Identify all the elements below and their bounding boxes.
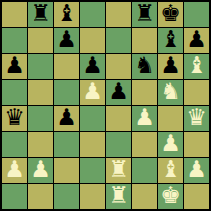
square-e7[interactable] [106,28,131,53]
square-f2[interactable] [132,158,157,183]
white-queen-piece[interactable]: ♛ [186,106,207,130]
square-c6[interactable] [54,54,79,79]
white-rook-piece[interactable]: ♜ [108,184,129,208]
square-g4[interactable] [158,106,183,131]
white-knight-piece[interactable]: ♞ [160,80,181,104]
square-e8[interactable] [106,2,131,27]
square-f5[interactable] [132,80,157,105]
square-b1[interactable] [28,184,53,209]
square-f7[interactable] [132,28,157,53]
square-e4[interactable] [106,106,131,131]
black-pawn-piece[interactable]: ♟ [82,54,103,78]
square-b4[interactable] [28,106,53,131]
square-h6[interactable]: ♝ [184,54,209,79]
square-h1[interactable] [184,184,209,209]
square-d4[interactable] [80,106,105,131]
square-c5[interactable] [54,80,79,105]
square-g3[interactable]: ♟ [158,132,183,157]
square-d5[interactable]: ♟ [80,80,105,105]
white-rook-piece[interactable]: ♜ [108,158,129,182]
square-e6[interactable] [106,54,131,79]
chess-board-window: ♜♝♜♚♟♝♟♟♟♞♟♝♟♟♞♛♟♟♛♟♟♟♜♝♟♜♚ [0,0,211,211]
square-h4[interactable]: ♛ [184,106,209,131]
black-knight-piece[interactable]: ♞ [134,54,155,78]
square-d2[interactable] [80,158,105,183]
square-c3[interactable] [54,132,79,157]
square-f4[interactable]: ♟ [132,106,157,131]
square-f6[interactable]: ♞ [132,54,157,79]
square-c7[interactable]: ♟ [54,28,79,53]
square-d6[interactable]: ♟ [80,54,105,79]
square-a8[interactable] [2,2,27,27]
square-b5[interactable] [28,80,53,105]
black-pawn-piece[interactable]: ♟ [4,54,25,78]
square-a1[interactable] [2,184,27,209]
square-h5[interactable] [184,80,209,105]
square-a7[interactable] [2,28,27,53]
square-d3[interactable] [80,132,105,157]
square-g5[interactable]: ♞ [158,80,183,105]
square-h3[interactable] [184,132,209,157]
square-b6[interactable] [28,54,53,79]
square-f8[interactable]: ♜ [132,2,157,27]
white-pawn-piece[interactable]: ♟ [134,106,155,130]
white-pawn-piece[interactable]: ♟ [82,80,103,104]
chess-board: ♜♝♜♚♟♝♟♟♟♞♟♝♟♟♞♛♟♟♛♟♟♟♜♝♟♜♚ [0,0,211,211]
black-pawn-piece[interactable]: ♟ [186,28,207,52]
square-g8[interactable]: ♚ [158,2,183,27]
white-pawn-piece[interactable]: ♟ [186,158,207,182]
black-queen-piece[interactable]: ♛ [4,106,25,130]
white-king-piece[interactable]: ♚ [160,184,181,208]
square-h7[interactable]: ♟ [184,28,209,53]
white-bishop-piece[interactable]: ♝ [186,54,207,78]
square-d8[interactable] [80,2,105,27]
square-a2[interactable]: ♟ [2,158,27,183]
square-a6[interactable]: ♟ [2,54,27,79]
square-h2[interactable]: ♟ [184,158,209,183]
black-pawn-piece[interactable]: ♟ [56,28,77,52]
square-b8[interactable]: ♜ [28,2,53,27]
square-g1[interactable]: ♚ [158,184,183,209]
square-e3[interactable] [106,132,131,157]
square-d7[interactable] [80,28,105,53]
black-rook-piece[interactable]: ♜ [134,2,155,26]
square-e2[interactable]: ♜ [106,158,131,183]
black-pawn-piece[interactable]: ♟ [56,106,77,130]
square-b2[interactable]: ♟ [28,158,53,183]
black-bishop-piece[interactable]: ♝ [56,2,77,26]
square-g2[interactable]: ♝ [158,158,183,183]
square-c4[interactable]: ♟ [54,106,79,131]
black-rook-piece[interactable]: ♜ [30,2,51,26]
square-a4[interactable]: ♛ [2,106,27,131]
square-h8[interactable] [184,2,209,27]
white-pawn-piece[interactable]: ♟ [4,158,25,182]
white-pawn-piece[interactable]: ♟ [30,158,51,182]
square-b3[interactable] [28,132,53,157]
square-d1[interactable] [80,184,105,209]
square-g7[interactable]: ♝ [158,28,183,53]
square-b7[interactable] [28,28,53,53]
square-c2[interactable] [54,158,79,183]
square-c8[interactable]: ♝ [54,2,79,27]
black-pawn-piece[interactable]: ♟ [160,54,181,78]
white-pawn-piece[interactable]: ♟ [160,132,181,156]
square-e5[interactable]: ♟ [106,80,131,105]
square-c1[interactable] [54,184,79,209]
white-bishop-piece[interactable]: ♝ [160,158,181,182]
square-a5[interactable] [2,80,27,105]
square-f1[interactable] [132,184,157,209]
black-pawn-piece[interactable]: ♟ [108,80,129,104]
square-g6[interactable]: ♟ [158,54,183,79]
square-a3[interactable] [2,132,27,157]
square-f3[interactable] [132,132,157,157]
black-bishop-piece[interactable]: ♝ [160,28,181,52]
square-e1[interactable]: ♜ [106,184,131,209]
black-king-piece[interactable]: ♚ [160,2,181,26]
